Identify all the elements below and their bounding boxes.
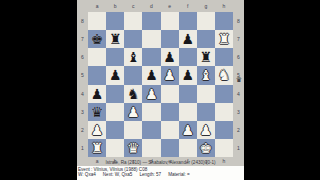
square-e4 <box>161 85 179 103</box>
coord-label-7: 7 <box>233 30 244 48</box>
square-a8 <box>88 12 106 30</box>
square-c1: ♛ <box>124 139 142 157</box>
chess-board: ♚♜♟♜♝♟♜♟♟♟♟♝♞♟♞♟♛♟♟♟♟♜♛♚ <box>88 12 233 157</box>
square-c4: ♞ <box>124 85 142 103</box>
square-g4 <box>197 85 215 103</box>
square-c8 <box>124 12 142 30</box>
square-e6: ♟ <box>161 48 179 66</box>
square-d3 <box>142 103 160 121</box>
square-h1 <box>215 139 233 157</box>
square-g2: ♟ <box>197 121 215 139</box>
black-p-piece: ♟ <box>181 68 194 82</box>
coord-label-4: 4 <box>77 85 88 103</box>
coord-label-h: h <box>215 1 233 11</box>
square-a7: ♚ <box>88 30 106 48</box>
coord-label-3: 3 <box>77 103 88 121</box>
square-a5 <box>88 66 106 84</box>
square-f7: ♟ <box>179 30 197 48</box>
black-k-piece: ♚ <box>91 32 104 46</box>
square-e2 <box>161 121 179 139</box>
black-p-piece: ♟ <box>181 32 194 46</box>
square-g6: ♜ <box>197 48 215 66</box>
caption-strip: Event : Vilnius, Vilnius (1988) C08 W: Q… <box>77 166 244 180</box>
square-f4 <box>179 85 197 103</box>
square-g7 <box>197 30 215 48</box>
coord-label-3: 3 <box>233 103 244 121</box>
black-p-piece: ♟ <box>145 68 158 82</box>
square-h3 <box>215 103 233 121</box>
square-e1 <box>161 139 179 157</box>
white-n-piece: ♞ <box>218 68 231 82</box>
black-p-piece: ♟ <box>91 86 104 100</box>
square-d7 <box>142 30 160 48</box>
white-p-piece: ♟ <box>127 104 140 118</box>
coord-label-b: b <box>106 1 124 11</box>
rank-labels-left: 87654321 <box>77 12 88 157</box>
square-d2 <box>142 121 160 139</box>
square-h5: ♞ <box>215 66 233 84</box>
square-c7 <box>124 30 142 48</box>
white-p-piece: ♟ <box>91 122 104 136</box>
square-f6 <box>179 48 197 66</box>
coord-label-1: 1 <box>233 139 244 157</box>
square-g5: ♝ <box>197 66 215 84</box>
square-c5 <box>124 66 142 84</box>
white-p-piece: ♟ <box>163 68 176 82</box>
black-r-piece: ♜ <box>200 50 213 64</box>
file-labels-top: abcdefgh <box>88 1 233 11</box>
next-move-info: Next: W, Qxa5 <box>103 172 133 177</box>
square-d4: ♟ <box>142 85 160 103</box>
white-b-piece: ♝ <box>200 68 213 82</box>
square-f3 <box>179 103 197 121</box>
square-h4 <box>215 85 233 103</box>
coord-label-e: e <box>161 1 179 11</box>
square-a2: ♟ <box>88 121 106 139</box>
material-info: Material: = <box>168 172 190 177</box>
coord-label-4: 4 <box>233 85 244 103</box>
coord-label-c: c <box>124 1 142 11</box>
players-result-line: Istrate, Ra (2310) — Shabalov, Alexander… <box>77 160 244 165</box>
square-f5: ♟ <box>179 66 197 84</box>
coord-label-5: 5 <box>77 66 88 84</box>
game-panel: abcdefgh 87654321 ♚♜♟♜♝♟♜♟♟♟♟♝♞♟♞♟♛♟♟♟♟♜… <box>77 0 244 180</box>
square-d1 <box>142 139 160 157</box>
rank-labels-right: 87654321 <box>233 12 244 157</box>
square-d6 <box>142 48 160 66</box>
black-p-piece: ♟ <box>109 68 122 82</box>
square-f8 <box>179 12 197 30</box>
square-e5: ♟ <box>161 66 179 84</box>
coord-label-2: 2 <box>233 121 244 139</box>
square-h2 <box>215 121 233 139</box>
square-c2 <box>124 121 142 139</box>
square-h6 <box>215 48 233 66</box>
black-r-piece: ♜ <box>109 32 122 46</box>
square-h8 <box>215 12 233 30</box>
square-b6 <box>106 48 124 66</box>
square-b4 <box>106 85 124 103</box>
square-f1 <box>179 139 197 157</box>
coord-label-g: g <box>197 1 215 11</box>
coord-label-8: 8 <box>233 12 244 30</box>
coord-label-2: 2 <box>77 121 88 139</box>
square-h7: ♜ <box>215 30 233 48</box>
square-g3 <box>197 103 215 121</box>
coord-label-1: 1 <box>77 139 88 157</box>
square-b8 <box>106 12 124 30</box>
square-e3 <box>161 103 179 121</box>
square-g1: ♚ <box>197 139 215 157</box>
square-e8 <box>161 12 179 30</box>
game-length-info: Length: 57 <box>139 172 161 177</box>
coord-label-8: 8 <box>77 12 88 30</box>
square-a1: ♜ <box>88 139 106 157</box>
side-to-move-icon: ♛ <box>234 77 244 84</box>
square-e7 <box>161 30 179 48</box>
black-n-piece: ♞ <box>127 86 140 100</box>
status-line: W: Qxa4 Next: W, Qxa5 Length: 57 Materia… <box>78 172 243 177</box>
square-b3 <box>106 103 124 121</box>
square-d5: ♟ <box>142 66 160 84</box>
square-c6: ♝ <box>124 48 142 66</box>
square-c3: ♟ <box>124 103 142 121</box>
square-g8 <box>197 12 215 30</box>
black-q-piece: ♛ <box>91 104 104 118</box>
white-p-piece: ♟ <box>181 122 194 136</box>
black-b-piece: ♝ <box>127 50 140 64</box>
square-a4: ♟ <box>88 85 106 103</box>
square-a3: ♛ <box>88 103 106 121</box>
black-p-piece: ♟ <box>163 50 176 64</box>
white-q-piece: ♛ <box>127 140 140 154</box>
square-d8 <box>142 12 160 30</box>
square-b7: ♜ <box>106 30 124 48</box>
last-move-info: W: Qxa4 <box>78 172 96 177</box>
coord-label-a: a <box>88 1 106 11</box>
coord-label-d: d <box>142 1 160 11</box>
white-p-piece: ♟ <box>145 86 158 100</box>
coord-label-6: 6 <box>233 48 244 66</box>
square-b2 <box>106 121 124 139</box>
coord-label-7: 7 <box>77 30 88 48</box>
coord-label-f: f <box>179 1 197 11</box>
white-p-piece: ♟ <box>200 122 213 136</box>
white-r-piece: ♜ <box>218 32 231 46</box>
square-b5: ♟ <box>106 66 124 84</box>
square-a6 <box>88 48 106 66</box>
square-f2: ♟ <box>179 121 197 139</box>
coord-label-6: 6 <box>77 48 88 66</box>
white-k-piece: ♚ <box>200 140 213 154</box>
white-r-piece: ♜ <box>91 140 104 154</box>
square-b1 <box>106 139 124 157</box>
